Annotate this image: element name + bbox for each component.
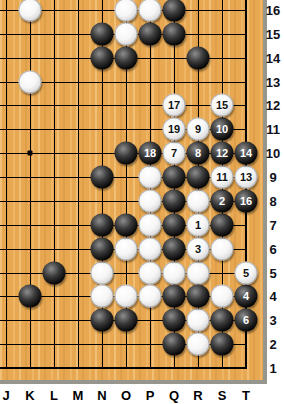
stone-white-P6 (139, 238, 162, 261)
move-8-black-R10: 8 (187, 142, 210, 165)
column-label-L: L (50, 388, 58, 403)
move-18-black-P10: 18 (139, 142, 162, 165)
stone-black-R4 (187, 285, 210, 308)
stone-black-Q7 (163, 214, 186, 237)
grid-line (30, 0, 31, 369)
stone-black-Q15 (163, 23, 186, 46)
move-4-black-T4: 4 (235, 285, 258, 308)
stone-black-L5 (43, 262, 66, 285)
move-10-black-S11: 10 (211, 118, 234, 141)
stone-white-K16 (19, 0, 42, 22)
row-label-2: 2 (269, 337, 276, 352)
move-15-white-S12: 15 (211, 94, 234, 117)
stone-white-K13 (19, 71, 42, 94)
board-edge-bottom (0, 380, 267, 384)
row-label-14: 14 (266, 51, 280, 66)
row-label-15: 15 (266, 27, 280, 42)
stone-black-Q6 (163, 238, 186, 261)
column-label-T: T (242, 388, 250, 403)
stone-black-Q2 (163, 333, 186, 356)
column-label-M: M (73, 388, 84, 403)
stone-white-S6 (211, 238, 234, 261)
row-label-1: 1 (269, 361, 276, 376)
stone-black-R14 (187, 47, 210, 70)
column-label-R: R (193, 388, 202, 403)
grid-line (0, 367, 247, 369)
stone-black-R9 (187, 166, 210, 189)
move-9-white-R11: 9 (187, 118, 210, 141)
stone-white-R2 (187, 333, 210, 356)
stone-black-N7 (91, 214, 114, 237)
stone-black-Q8 (163, 190, 186, 213)
move-1-white-R7: 1 (187, 214, 210, 237)
board[interactable]: 12345678910111213141516171819 (0, 0, 263, 380)
stone-white-Q5 (163, 262, 186, 285)
move-17-white-Q12: 17 (163, 94, 186, 117)
grid-line (78, 0, 79, 369)
stone-black-S2 (211, 333, 234, 356)
stone-black-K4 (19, 285, 42, 308)
stone-white-P5 (139, 262, 162, 285)
stone-white-O6 (115, 238, 138, 261)
stone-black-N9 (91, 166, 114, 189)
stone-white-O15 (115, 23, 138, 46)
row-label-4: 4 (269, 289, 276, 304)
stone-white-P9 (139, 166, 162, 189)
stone-white-P7 (139, 214, 162, 237)
row-label-10: 10 (266, 146, 280, 161)
column-label-S: S (218, 388, 227, 403)
move-19-white-Q11: 19 (163, 118, 186, 141)
stone-white-O4 (115, 285, 138, 308)
star-point-K10 (28, 151, 33, 156)
stone-white-S4 (211, 285, 234, 308)
column-label-N: N (97, 388, 106, 403)
move-6-black-T3: 6 (235, 309, 258, 332)
move-5-white-T5: 5 (235, 262, 258, 285)
stone-black-N6 (91, 238, 114, 261)
stone-black-O10 (115, 142, 138, 165)
row-label-13: 13 (266, 75, 280, 90)
stone-white-P4 (139, 285, 162, 308)
move-12-black-S10: 12 (211, 142, 234, 165)
stone-black-Q16 (163, 0, 186, 22)
move-13-white-T9: 13 (235, 166, 258, 189)
grid-line (6, 0, 7, 369)
column-label-J: J (2, 388, 9, 403)
column-label-K: K (25, 388, 34, 403)
move-2-black-S8: 2 (211, 190, 234, 213)
stone-white-R5 (187, 262, 210, 285)
move-16-black-T8: 16 (235, 190, 258, 213)
stone-black-Q3 (163, 309, 186, 332)
move-7-white-Q10: 7 (163, 142, 186, 165)
stone-black-Q4 (163, 285, 186, 308)
stone-black-P15 (139, 23, 162, 46)
stone-white-P8 (139, 190, 162, 213)
move-14-black-T10: 14 (235, 142, 258, 165)
row-label-3: 3 (269, 313, 276, 328)
stone-black-S7 (211, 214, 234, 237)
row-label-12: 12 (266, 98, 280, 113)
stone-black-S3 (211, 309, 234, 332)
stone-white-P16 (139, 0, 162, 22)
stone-black-O7 (115, 214, 138, 237)
stone-black-N15 (91, 23, 114, 46)
row-label-9: 9 (269, 170, 276, 185)
row-label-8: 8 (269, 194, 276, 209)
stone-black-O14 (115, 47, 138, 70)
stone-white-N5 (91, 262, 114, 285)
stone-black-N14 (91, 47, 114, 70)
column-label-P: P (146, 388, 155, 403)
column-label-Q: Q (169, 388, 179, 403)
stone-black-N3 (91, 309, 114, 332)
move-3-white-R6: 3 (187, 238, 210, 261)
stone-white-R8 (187, 190, 210, 213)
grid-line (0, 273, 247, 274)
column-label-O: O (121, 388, 131, 403)
stone-white-O16 (115, 0, 138, 22)
row-label-7: 7 (269, 218, 276, 233)
stone-black-O3 (115, 309, 138, 332)
stone-white-R3 (187, 309, 210, 332)
grid-line (54, 0, 55, 369)
stone-white-N4 (91, 285, 114, 308)
row-label-11: 11 (266, 122, 280, 137)
move-11-white-S9: 11 (211, 166, 234, 189)
row-label-5: 5 (269, 266, 276, 281)
row-label-16: 16 (266, 3, 280, 18)
row-label-6: 6 (269, 242, 276, 257)
go-board-diagram: 12345678910111213141516171819 JKLMNOPQRS… (0, 0, 284, 404)
stone-black-Q9 (163, 166, 186, 189)
